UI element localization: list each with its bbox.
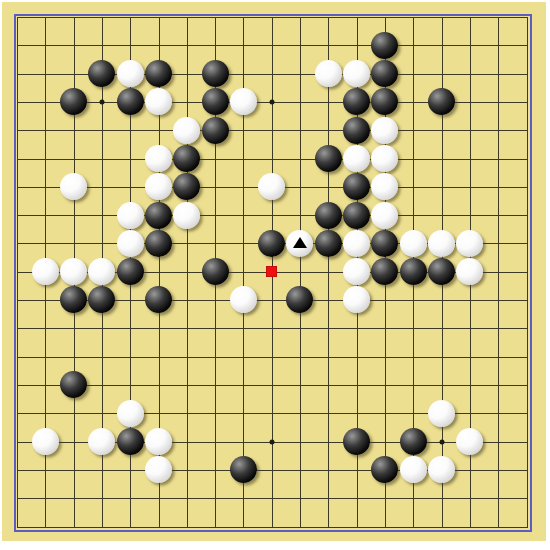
board-intersection[interactable] [512, 31, 540, 59]
board-intersection[interactable] [201, 286, 229, 314]
board-intersection[interactable] [144, 116, 172, 144]
board-intersection[interactable] [342, 399, 370, 427]
board-intersection[interactable] [512, 399, 540, 427]
board-intersection[interactable] [314, 456, 342, 484]
board-intersection[interactable] [116, 201, 144, 229]
board-intersection[interactable] [456, 427, 484, 455]
board-intersection[interactable] [229, 456, 257, 484]
board-intersection[interactable] [286, 512, 314, 540]
board-intersection[interactable] [201, 512, 229, 540]
board-intersection[interactable] [88, 59, 116, 87]
board-intersection[interactable] [3, 258, 31, 286]
board-intersection[interactable] [229, 371, 257, 399]
board-intersection[interactable] [229, 399, 257, 427]
board-intersection[interactable] [314, 314, 342, 342]
board-intersection[interactable] [31, 427, 59, 455]
board-intersection[interactable] [31, 3, 59, 31]
board-intersection[interactable] [342, 456, 370, 484]
board-intersection[interactable] [88, 88, 116, 116]
board-intersection[interactable] [427, 116, 455, 144]
board-intersection[interactable] [31, 342, 59, 370]
board-intersection[interactable] [512, 484, 540, 512]
board-intersection[interactable] [31, 258, 59, 286]
board-intersection[interactable] [258, 484, 286, 512]
board-intersection[interactable] [342, 201, 370, 229]
board-intersection[interactable] [342, 88, 370, 116]
board-intersection[interactable] [456, 399, 484, 427]
board-intersection[interactable] [59, 31, 87, 59]
board-intersection[interactable] [173, 31, 201, 59]
board-intersection[interactable] [59, 399, 87, 427]
board-intersection[interactable] [286, 59, 314, 87]
board-intersection[interactable] [342, 229, 370, 257]
board-intersection[interactable] [201, 399, 229, 427]
board-intersection[interactable] [286, 427, 314, 455]
board-intersection[interactable] [173, 484, 201, 512]
board-intersection[interactable] [173, 399, 201, 427]
board-intersection[interactable] [314, 173, 342, 201]
board-intersection[interactable] [229, 116, 257, 144]
board-intersection[interactable] [258, 314, 286, 342]
board-intersection[interactable] [314, 88, 342, 116]
board-intersection[interactable] [144, 144, 172, 172]
board-intersection[interactable] [88, 229, 116, 257]
board-intersection[interactable] [31, 314, 59, 342]
board-intersection[interactable] [456, 3, 484, 31]
board-intersection[interactable] [88, 173, 116, 201]
board-intersection[interactable] [31, 144, 59, 172]
board-intersection[interactable] [116, 371, 144, 399]
board-intersection[interactable] [427, 31, 455, 59]
board-intersection[interactable] [342, 59, 370, 87]
board-intersection[interactable] [314, 399, 342, 427]
board-intersection[interactable] [484, 456, 512, 484]
board-intersection[interactable] [286, 456, 314, 484]
board-intersection[interactable] [88, 286, 116, 314]
board-intersection[interactable] [512, 229, 540, 257]
board-intersection[interactable] [116, 286, 144, 314]
board-intersection[interactable] [314, 3, 342, 31]
board-intersection[interactable] [456, 59, 484, 87]
board-intersection[interactable] [427, 144, 455, 172]
board-intersection[interactable] [116, 512, 144, 540]
board-intersection[interactable] [512, 456, 540, 484]
board-intersection[interactable] [456, 286, 484, 314]
board-intersection[interactable] [116, 399, 144, 427]
board-intersection[interactable] [342, 286, 370, 314]
board-intersection[interactable] [59, 59, 87, 87]
board-intersection[interactable] [314, 258, 342, 286]
board-intersection[interactable] [371, 314, 399, 342]
board-intersection[interactable] [342, 3, 370, 31]
board-intersection[interactable] [484, 286, 512, 314]
board-intersection[interactable] [201, 31, 229, 59]
board-intersection[interactable] [3, 456, 31, 484]
board-intersection[interactable] [229, 512, 257, 540]
board-intersection[interactable] [173, 144, 201, 172]
board-intersection[interactable] [3, 144, 31, 172]
board-intersection[interactable] [456, 201, 484, 229]
board-intersection[interactable] [484, 3, 512, 31]
board-intersection[interactable] [116, 484, 144, 512]
board-intersection[interactable] [229, 31, 257, 59]
board-intersection[interactable] [456, 512, 484, 540]
board-intersection[interactable] [59, 201, 87, 229]
board-intersection[interactable] [173, 314, 201, 342]
board-intersection[interactable] [144, 258, 172, 286]
board-intersection[interactable] [512, 88, 540, 116]
board-intersection[interactable] [173, 173, 201, 201]
board-intersection[interactable] [144, 59, 172, 87]
board-intersection[interactable] [371, 399, 399, 427]
board-intersection[interactable] [173, 59, 201, 87]
board-intersection[interactable] [399, 3, 427, 31]
board-intersection[interactable] [286, 144, 314, 172]
board-intersection[interactable] [258, 286, 286, 314]
board-intersection[interactable] [286, 314, 314, 342]
board-intersection[interactable] [286, 371, 314, 399]
board-intersection[interactable] [258, 371, 286, 399]
board-intersection[interactable] [258, 427, 286, 455]
board-intersection[interactable] [3, 31, 31, 59]
board-intersection[interactable] [456, 314, 484, 342]
board-intersection[interactable] [3, 512, 31, 540]
board-intersection[interactable] [258, 59, 286, 87]
board-intersection[interactable] [456, 88, 484, 116]
board-intersection[interactable] [427, 314, 455, 342]
board-intersection[interactable] [371, 116, 399, 144]
board-intersection[interactable] [144, 484, 172, 512]
board-intersection[interactable] [371, 173, 399, 201]
board-intersection[interactable] [116, 116, 144, 144]
board-intersection[interactable] [258, 258, 286, 286]
board-intersection[interactable] [144, 314, 172, 342]
board-intersection[interactable] [3, 399, 31, 427]
board-intersection[interactable] [59, 116, 87, 144]
board-intersection[interactable] [229, 342, 257, 370]
board-intersection[interactable] [173, 3, 201, 31]
board-intersection[interactable] [201, 173, 229, 201]
board-intersection[interactable] [456, 484, 484, 512]
board-intersection[interactable] [3, 88, 31, 116]
board-intersection[interactable] [399, 173, 427, 201]
board-intersection[interactable] [512, 201, 540, 229]
board-intersection[interactable] [116, 59, 144, 87]
board-intersection[interactable] [144, 173, 172, 201]
board-intersection[interactable] [456, 371, 484, 399]
board-intersection[interactable] [399, 314, 427, 342]
board-intersection[interactable] [201, 144, 229, 172]
board-intersection[interactable] [229, 286, 257, 314]
board-intersection[interactable] [342, 512, 370, 540]
board-intersection[interactable] [116, 314, 144, 342]
board-intersection[interactable] [427, 201, 455, 229]
board-intersection[interactable] [88, 144, 116, 172]
board-intersection[interactable] [484, 59, 512, 87]
board-intersection[interactable] [173, 229, 201, 257]
board-intersection[interactable] [512, 116, 540, 144]
board-intersection[interactable] [314, 512, 342, 540]
board-intersection[interactable] [229, 59, 257, 87]
board-intersection[interactable] [201, 229, 229, 257]
board-intersection[interactable] [144, 399, 172, 427]
board-intersection[interactable] [88, 3, 116, 31]
board-intersection[interactable] [229, 258, 257, 286]
board-intersection[interactable] [342, 116, 370, 144]
board-intersection[interactable] [456, 229, 484, 257]
board-intersection[interactable] [258, 3, 286, 31]
board-intersection[interactable] [144, 286, 172, 314]
board-intersection[interactable] [31, 484, 59, 512]
board-intersection[interactable] [427, 399, 455, 427]
board-intersection[interactable] [399, 427, 427, 455]
board-intersection[interactable] [59, 427, 87, 455]
board-intersection[interactable] [399, 116, 427, 144]
board-intersection[interactable] [116, 456, 144, 484]
board-intersection[interactable] [144, 31, 172, 59]
board-intersection[interactable] [427, 342, 455, 370]
board-intersection[interactable] [3, 371, 31, 399]
board-intersection[interactable] [427, 173, 455, 201]
board-intersection[interactable] [484, 258, 512, 286]
board-intersection[interactable] [512, 512, 540, 540]
board-intersection[interactable] [484, 144, 512, 172]
board-intersection[interactable] [342, 342, 370, 370]
board-intersection[interactable] [3, 342, 31, 370]
board-intersection[interactable] [342, 314, 370, 342]
board-intersection[interactable] [258, 229, 286, 257]
board-intersection[interactable] [144, 229, 172, 257]
board-intersection[interactable] [173, 427, 201, 455]
board-intersection[interactable] [342, 484, 370, 512]
board-intersection[interactable] [512, 314, 540, 342]
board-intersection[interactable] [399, 512, 427, 540]
board-intersection[interactable] [484, 512, 512, 540]
board-intersection[interactable] [286, 258, 314, 286]
board-intersection[interactable] [314, 371, 342, 399]
board-intersection[interactable] [229, 201, 257, 229]
board-intersection[interactable] [31, 31, 59, 59]
board-intersection[interactable] [342, 258, 370, 286]
board-intersection[interactable] [31, 229, 59, 257]
board-intersection[interactable] [229, 314, 257, 342]
board-intersection[interactable] [456, 144, 484, 172]
board-intersection[interactable] [88, 456, 116, 484]
board-intersection[interactable] [3, 116, 31, 144]
board-intersection[interactable] [229, 173, 257, 201]
board-intersection[interactable] [3, 173, 31, 201]
board-intersection[interactable] [258, 512, 286, 540]
board-intersection[interactable] [31, 286, 59, 314]
board-intersection[interactable] [31, 456, 59, 484]
board-intersection[interactable] [427, 286, 455, 314]
board-intersection[interactable] [201, 201, 229, 229]
board-intersection[interactable] [399, 258, 427, 286]
board-intersection[interactable] [116, 31, 144, 59]
board-intersection[interactable] [427, 3, 455, 31]
board-intersection[interactable] [286, 31, 314, 59]
board-intersection[interactable] [3, 314, 31, 342]
board-intersection[interactable] [427, 456, 455, 484]
board-intersection[interactable] [59, 229, 87, 257]
board-intersection[interactable] [399, 59, 427, 87]
board-intersection[interactable] [201, 342, 229, 370]
board-intersection[interactable] [456, 456, 484, 484]
board-intersection[interactable] [512, 144, 540, 172]
board-intersection[interactable] [201, 258, 229, 286]
board-intersection[interactable] [31, 371, 59, 399]
board-intersection[interactable] [31, 399, 59, 427]
board-intersection[interactable] [314, 59, 342, 87]
board-intersection[interactable] [371, 342, 399, 370]
board-intersection[interactable] [399, 229, 427, 257]
board-intersection[interactable] [3, 427, 31, 455]
board-intersection[interactable] [371, 31, 399, 59]
board-intersection[interactable] [3, 201, 31, 229]
board-intersection[interactable] [484, 342, 512, 370]
board-intersection[interactable] [371, 484, 399, 512]
board-intersection[interactable] [258, 144, 286, 172]
board-intersection[interactable] [258, 399, 286, 427]
board-intersection[interactable] [427, 258, 455, 286]
board-intersection[interactable] [116, 3, 144, 31]
board-intersection[interactable] [88, 399, 116, 427]
board-intersection[interactable] [88, 371, 116, 399]
board-intersection[interactable] [88, 484, 116, 512]
board-intersection[interactable] [371, 3, 399, 31]
board-intersection[interactable] [286, 286, 314, 314]
board-intersection[interactable] [427, 229, 455, 257]
board-intersection[interactable] [59, 371, 87, 399]
board-intersection[interactable] [427, 59, 455, 87]
board-intersection[interactable] [201, 371, 229, 399]
board-intersection[interactable] [144, 427, 172, 455]
board-intersection[interactable] [229, 229, 257, 257]
board-intersection[interactable] [116, 258, 144, 286]
board-intersection[interactable] [144, 201, 172, 229]
board-intersection[interactable] [59, 456, 87, 484]
board-intersection[interactable] [258, 88, 286, 116]
board-intersection[interactable] [371, 456, 399, 484]
board-intersection[interactable] [314, 229, 342, 257]
board-intersection[interactable] [229, 3, 257, 31]
board-intersection[interactable] [59, 484, 87, 512]
board-intersection[interactable] [229, 484, 257, 512]
board-intersection[interactable] [314, 116, 342, 144]
board-intersection[interactable] [427, 371, 455, 399]
board-intersection[interactable] [31, 59, 59, 87]
board-intersection[interactable] [427, 427, 455, 455]
board-intersection[interactable] [88, 342, 116, 370]
board-intersection[interactable] [116, 144, 144, 172]
board-intersection[interactable] [484, 173, 512, 201]
board-intersection[interactable] [144, 342, 172, 370]
board-intersection[interactable] [31, 173, 59, 201]
board-intersection[interactable] [427, 484, 455, 512]
board-intersection[interactable] [399, 484, 427, 512]
board-intersection[interactable] [371, 59, 399, 87]
board-intersection[interactable] [286, 173, 314, 201]
board-intersection[interactable] [286, 88, 314, 116]
board-intersection[interactable] [201, 427, 229, 455]
board-intersection[interactable] [88, 427, 116, 455]
board-intersection[interactable] [456, 258, 484, 286]
board-intersection[interactable] [258, 456, 286, 484]
board-intersection[interactable] [116, 342, 144, 370]
board-intersection[interactable] [3, 3, 31, 31]
board-intersection[interactable] [484, 371, 512, 399]
board-intersection[interactable] [3, 229, 31, 257]
board-intersection[interactable] [342, 31, 370, 59]
board-intersection[interactable] [512, 258, 540, 286]
board-intersection[interactable] [88, 512, 116, 540]
board-intersection[interactable] [314, 144, 342, 172]
board-intersection[interactable] [31, 201, 59, 229]
board-intersection[interactable] [201, 314, 229, 342]
board-intersection[interactable] [258, 116, 286, 144]
board-intersection[interactable] [59, 314, 87, 342]
board-intersection[interactable] [258, 31, 286, 59]
board-intersection[interactable] [371, 427, 399, 455]
board-intersection[interactable] [371, 258, 399, 286]
board-intersection[interactable] [173, 201, 201, 229]
board-intersection[interactable] [59, 173, 87, 201]
board-intersection[interactable] [144, 3, 172, 31]
board-intersection[interactable] [314, 342, 342, 370]
board-intersection[interactable] [456, 173, 484, 201]
board-intersection[interactable] [173, 258, 201, 286]
board-intersection[interactable] [399, 399, 427, 427]
board-intersection[interactable] [314, 427, 342, 455]
board-intersection[interactable] [88, 258, 116, 286]
board-intersection[interactable] [456, 116, 484, 144]
board-intersection[interactable] [286, 229, 314, 257]
board-intersection[interactable] [59, 258, 87, 286]
board-intersection[interactable] [314, 201, 342, 229]
board-intersection[interactable] [59, 342, 87, 370]
board-intersection[interactable] [371, 371, 399, 399]
board-intersection[interactable] [229, 144, 257, 172]
board-intersection[interactable] [173, 116, 201, 144]
board-intersection[interactable] [173, 456, 201, 484]
board-intersection[interactable] [512, 59, 540, 87]
board-intersection[interactable] [484, 116, 512, 144]
board-intersection[interactable] [144, 88, 172, 116]
board-intersection[interactable] [286, 484, 314, 512]
board-intersection[interactable] [173, 371, 201, 399]
board-intersection[interactable] [116, 88, 144, 116]
board-intersection[interactable] [371, 286, 399, 314]
board-intersection[interactable] [456, 31, 484, 59]
board-intersection[interactable] [484, 484, 512, 512]
board-intersection[interactable] [173, 88, 201, 116]
board-intersection[interactable] [399, 144, 427, 172]
board-intersection[interactable] [399, 371, 427, 399]
board-intersection[interactable] [31, 116, 59, 144]
board-intersection[interactable] [59, 512, 87, 540]
board-intersection[interactable] [286, 201, 314, 229]
board-intersection[interactable] [484, 31, 512, 59]
board-intersection[interactable] [116, 173, 144, 201]
board-intersection[interactable] [173, 342, 201, 370]
board-intersection[interactable] [342, 371, 370, 399]
board-intersection[interactable] [512, 3, 540, 31]
board-intersection[interactable] [512, 427, 540, 455]
board-intersection[interactable] [342, 173, 370, 201]
board-intersection[interactable] [258, 201, 286, 229]
board-intersection[interactable] [371, 229, 399, 257]
board-intersection[interactable] [399, 201, 427, 229]
